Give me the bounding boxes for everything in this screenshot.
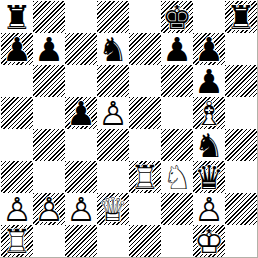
black-pawn-piece: ♟ <box>65 97 97 129</box>
square-b2[interactable]: ♟♙ <box>33 193 65 225</box>
square-h6[interactable] <box>225 65 257 97</box>
black-knight-icon: ♞ <box>193 129 225 161</box>
square-e7[interactable] <box>129 33 161 65</box>
white-rook-piece: ♜♖ <box>129 161 161 193</box>
square-a8[interactable]: ♜ <box>1 1 33 33</box>
square-e6[interactable] <box>129 65 161 97</box>
black-rook-piece: ♜ <box>225 1 257 33</box>
square-e2[interactable] <box>129 193 161 225</box>
square-c3[interactable] <box>65 161 97 193</box>
black-queen-icon: ♛ <box>193 161 225 193</box>
white-pawn-icon: ♙ <box>65 193 97 225</box>
square-g7[interactable]: ♟ <box>193 33 225 65</box>
square-h8[interactable]: ♜ <box>225 1 257 33</box>
square-a2[interactable]: ♟♙ <box>1 193 33 225</box>
white-rook-piece: ♜♖ <box>1 225 33 257</box>
square-a7[interactable]: ♟ <box>1 33 33 65</box>
white-pawn-piece: ♟♙ <box>1 193 33 225</box>
square-e8[interactable] <box>129 1 161 33</box>
square-g2[interactable]: ♟♙ <box>193 193 225 225</box>
square-a6[interactable] <box>1 65 33 97</box>
square-h3[interactable] <box>225 161 257 193</box>
black-pawn-piece: ♟ <box>33 33 65 65</box>
white-king-piece: ♚♔ <box>193 225 225 257</box>
black-pawn-piece: ♟ <box>193 65 225 97</box>
black-rook-icon: ♜ <box>225 1 257 33</box>
black-pawn-icon: ♟ <box>1 33 33 65</box>
square-d2[interactable]: ♛♕ <box>97 193 129 225</box>
black-pawn-piece: ♟ <box>1 33 33 65</box>
white-pawn-icon: ♙ <box>1 193 33 225</box>
white-pawn-icon: ♙ <box>33 193 65 225</box>
square-c5[interactable]: ♟ <box>65 97 97 129</box>
black-king-piece: ♚ <box>161 1 193 33</box>
square-e5[interactable] <box>129 97 161 129</box>
square-b4[interactable] <box>33 129 65 161</box>
square-h4[interactable] <box>225 129 257 161</box>
black-knight-icon: ♞ <box>97 33 129 65</box>
square-d5[interactable]: ♟♙ <box>97 97 129 129</box>
square-c7[interactable] <box>65 33 97 65</box>
square-e3[interactable]: ♜♖ <box>129 161 161 193</box>
square-h2[interactable] <box>225 193 257 225</box>
square-f1[interactable] <box>161 225 193 257</box>
white-queen-piece: ♛♕ <box>97 193 129 225</box>
white-pawn-piece: ♟♙ <box>193 193 225 225</box>
square-g1[interactable]: ♚♔ <box>193 225 225 257</box>
square-f7[interactable]: ♟ <box>161 33 193 65</box>
square-b6[interactable] <box>33 65 65 97</box>
chess-board: ♜♚♜♟♟♞♟♟♟♟♟♙♝♗♞♜♖♞♘♛♟♙♟♙♟♙♛♕♟♙♜♖♚♔ <box>1 1 257 257</box>
square-f2[interactable] <box>161 193 193 225</box>
black-pawn-icon: ♟ <box>65 97 97 129</box>
white-pawn-piece: ♟♙ <box>33 193 65 225</box>
square-h5[interactable] <box>225 97 257 129</box>
white-pawn-piece: ♟♙ <box>97 97 129 129</box>
square-f5[interactable] <box>161 97 193 129</box>
square-a3[interactable] <box>1 161 33 193</box>
square-h1[interactable] <box>225 225 257 257</box>
square-b1[interactable] <box>33 225 65 257</box>
square-d6[interactable] <box>97 65 129 97</box>
white-knight-piece: ♞♘ <box>161 161 193 193</box>
square-g6[interactable]: ♟ <box>193 65 225 97</box>
black-knight-piece: ♞ <box>193 129 225 161</box>
square-g8[interactable] <box>193 1 225 33</box>
black-king-icon: ♚ <box>161 1 193 33</box>
white-pawn-icon: ♙ <box>97 97 129 129</box>
black-rook-piece: ♜ <box>1 1 33 33</box>
square-b5[interactable] <box>33 97 65 129</box>
white-bishop-icon: ♗ <box>193 97 225 129</box>
square-f8[interactable]: ♚ <box>161 1 193 33</box>
black-pawn-piece: ♟ <box>161 33 193 65</box>
square-c4[interactable] <box>65 129 97 161</box>
black-rook-icon: ♜ <box>1 1 33 33</box>
black-pawn-piece: ♟ <box>193 33 225 65</box>
square-f3[interactable]: ♞♘ <box>161 161 193 193</box>
square-b8[interactable] <box>33 1 65 33</box>
square-c1[interactable] <box>65 225 97 257</box>
white-bishop-piece: ♝♗ <box>193 97 225 129</box>
black-knight-piece: ♞ <box>97 33 129 65</box>
square-b3[interactable] <box>33 161 65 193</box>
white-knight-icon: ♘ <box>161 161 193 193</box>
white-pawn-icon: ♙ <box>193 193 225 225</box>
white-queen-icon: ♕ <box>97 193 129 225</box>
black-pawn-icon: ♟ <box>193 65 225 97</box>
square-h7[interactable] <box>225 33 257 65</box>
square-f4[interactable] <box>161 129 193 161</box>
square-c2[interactable]: ♟♙ <box>65 193 97 225</box>
white-pawn-piece: ♟♙ <box>65 193 97 225</box>
square-d4[interactable] <box>97 129 129 161</box>
black-pawn-icon: ♟ <box>193 33 225 65</box>
square-d3[interactable] <box>97 161 129 193</box>
square-c6[interactable] <box>65 65 97 97</box>
white-king-icon: ♔ <box>193 225 225 257</box>
square-c8[interactable] <box>65 1 97 33</box>
square-g5[interactable]: ♝♗ <box>193 97 225 129</box>
square-e1[interactable] <box>129 225 161 257</box>
square-e4[interactable] <box>129 129 161 161</box>
black-pawn-icon: ♟ <box>33 33 65 65</box>
square-a1[interactable]: ♜♖ <box>1 225 33 257</box>
square-g4[interactable]: ♞ <box>193 129 225 161</box>
white-rook-icon: ♖ <box>129 161 161 193</box>
square-d1[interactable] <box>97 225 129 257</box>
white-rook-icon: ♖ <box>1 225 33 257</box>
square-d7[interactable]: ♞ <box>97 33 129 65</box>
square-d8[interactable] <box>97 1 129 33</box>
square-a4[interactable] <box>1 129 33 161</box>
square-b7[interactable]: ♟ <box>33 33 65 65</box>
black-pawn-icon: ♟ <box>161 33 193 65</box>
chess-diagram-frame: ♜♚♜♟♟♞♟♟♟♟♟♙♝♗♞♜♖♞♘♛♟♙♟♙♟♙♛♕♟♙♜♖♚♔ <box>0 0 258 258</box>
square-g3[interactable]: ♛ <box>193 161 225 193</box>
square-a5[interactable] <box>1 97 33 129</box>
black-queen-piece: ♛ <box>193 161 225 193</box>
square-f6[interactable] <box>161 65 193 97</box>
